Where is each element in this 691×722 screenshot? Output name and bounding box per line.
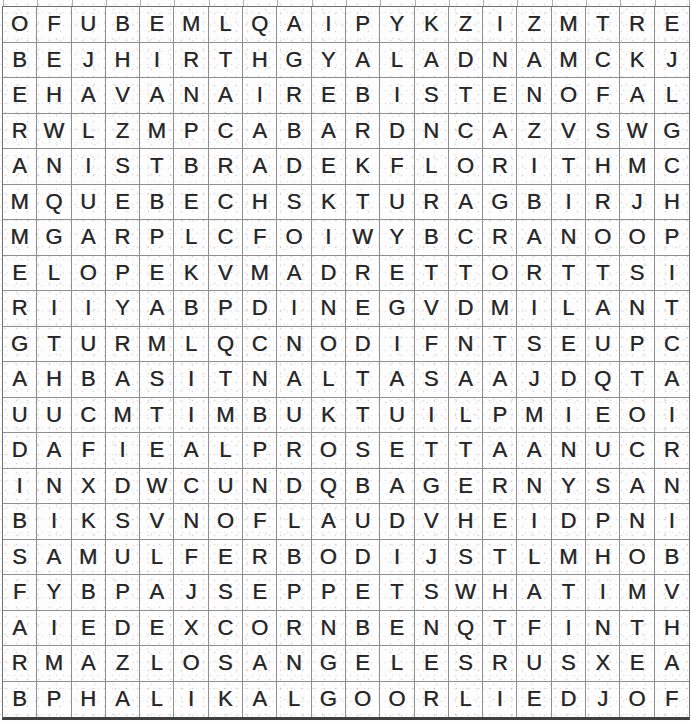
grid-cell[interactable]: A <box>483 114 517 150</box>
grid-cell[interactable]: L <box>517 540 551 576</box>
grid-cell[interactable]: X <box>586 646 620 682</box>
grid-cell[interactable]: G <box>37 220 71 256</box>
grid-cell[interactable]: A <box>243 114 277 150</box>
grid-cell[interactable]: I <box>483 7 517 43</box>
grid-cell[interactable]: P <box>106 256 140 292</box>
grid-cell[interactable]: T <box>209 362 243 398</box>
grid-cell[interactable]: S <box>415 575 449 611</box>
grid-cell[interactable]: K <box>312 185 346 221</box>
grid-cell[interactable]: R <box>174 43 208 79</box>
grid-cell[interactable]: Z <box>106 114 140 150</box>
grid-cell[interactable]: S <box>449 540 483 576</box>
grid-cell[interactable]: C <box>449 220 483 256</box>
grid-cell[interactable]: L <box>277 682 311 718</box>
grid-cell[interactable]: M <box>72 540 106 576</box>
grid-cell[interactable]: F <box>243 220 277 256</box>
grid-cell[interactable]: P <box>37 682 71 718</box>
grid-cell[interactable]: U <box>346 504 380 540</box>
grid-cell[interactable]: X <box>72 469 106 505</box>
grid-cell[interactable]: Z <box>449 7 483 43</box>
grid-cell[interactable]: R <box>415 682 449 718</box>
grid-cell[interactable]: G <box>277 43 311 79</box>
grid-cell[interactable]: D <box>552 504 586 540</box>
grid-cell[interactable]: I <box>37 504 71 540</box>
grid-cell[interactable]: L <box>380 646 414 682</box>
grid-cell[interactable]: L <box>209 7 243 43</box>
grid-cell[interactable]: A <box>174 433 208 469</box>
grid-cell[interactable]: E <box>174 185 208 221</box>
grid-cell[interactable]: O <box>243 611 277 647</box>
grid-cell[interactable]: A <box>517 433 551 469</box>
grid-cell[interactable]: A <box>106 682 140 718</box>
grid-cell[interactable]: X <box>174 611 208 647</box>
grid-cell[interactable]: L <box>449 398 483 434</box>
grid-cell[interactable]: R <box>3 291 37 327</box>
grid-cell[interactable]: L <box>277 504 311 540</box>
grid-cell[interactable]: B <box>655 540 689 576</box>
grid-cell[interactable]: B <box>277 540 311 576</box>
grid-cell[interactable]: A <box>209 78 243 114</box>
grid-cell[interactable]: S <box>552 646 586 682</box>
grid-cell[interactable]: Y <box>380 7 414 43</box>
grid-cell[interactable]: V <box>415 291 449 327</box>
grid-cell[interactable]: D <box>312 256 346 292</box>
grid-cell[interactable]: I <box>552 185 586 221</box>
grid-cell[interactable]: W <box>37 114 71 150</box>
grid-cell[interactable]: A <box>277 256 311 292</box>
grid-cell[interactable]: M <box>552 43 586 79</box>
grid-cell[interactable]: I <box>243 78 277 114</box>
grid-cell[interactable]: I <box>655 504 689 540</box>
grid-cell[interactable]: V <box>552 114 586 150</box>
grid-cell[interactable]: B <box>140 185 174 221</box>
grid-cell[interactable]: N <box>552 433 586 469</box>
grid-cell[interactable]: N <box>517 469 551 505</box>
grid-cell[interactable]: I <box>415 398 449 434</box>
grid-cell[interactable]: R <box>483 220 517 256</box>
grid-cell[interactable]: C <box>243 327 277 363</box>
grid-cell[interactable]: N <box>277 646 311 682</box>
grid-cell[interactable]: W <box>449 575 483 611</box>
grid-cell[interactable]: M <box>620 575 654 611</box>
grid-cell[interactable]: H <box>586 540 620 576</box>
grid-cell[interactable]: E <box>380 611 414 647</box>
grid-cell[interactable]: T <box>620 611 654 647</box>
grid-cell[interactable]: S <box>106 504 140 540</box>
grid-cell[interactable]: E <box>346 646 380 682</box>
grid-cell[interactable]: H <box>106 43 140 79</box>
grid-cell[interactable]: E <box>209 540 243 576</box>
grid-cell[interactable]: E <box>380 256 414 292</box>
grid-cell[interactable]: T <box>483 540 517 576</box>
grid-cell[interactable]: L <box>655 78 689 114</box>
grid-cell[interactable]: D <box>106 611 140 647</box>
grid-cell[interactable]: S <box>449 646 483 682</box>
grid-cell[interactable]: S <box>140 362 174 398</box>
grid-cell[interactable]: K <box>346 149 380 185</box>
grid-cell[interactable]: B <box>243 398 277 434</box>
grid-cell[interactable]: K <box>209 682 243 718</box>
grid-cell[interactable]: S <box>277 185 311 221</box>
grid-cell[interactable]: J <box>415 540 449 576</box>
grid-cell[interactable]: O <box>552 78 586 114</box>
grid-cell[interactable]: L <box>415 149 449 185</box>
grid-cell[interactable]: O <box>449 149 483 185</box>
grid-cell[interactable]: O <box>620 398 654 434</box>
grid-cell[interactable]: T <box>415 433 449 469</box>
grid-cell[interactable]: R <box>3 114 37 150</box>
grid-cell[interactable]: E <box>346 575 380 611</box>
grid-cell[interactable]: P <box>140 220 174 256</box>
grid-cell[interactable]: C <box>209 220 243 256</box>
grid-cell[interactable]: A <box>140 291 174 327</box>
grid-cell[interactable]: T <box>140 149 174 185</box>
grid-cell[interactable]: H <box>37 78 71 114</box>
grid-cell[interactable]: I <box>655 256 689 292</box>
grid-cell[interactable]: U <box>277 398 311 434</box>
grid-cell[interactable]: M <box>552 540 586 576</box>
grid-cell[interactable]: E <box>140 7 174 43</box>
grid-cell[interactable]: N <box>620 291 654 327</box>
grid-cell[interactable]: M <box>37 646 71 682</box>
grid-cell[interactable]: B <box>3 43 37 79</box>
grid-cell[interactable]: N <box>483 43 517 79</box>
grid-cell[interactable]: M <box>174 7 208 43</box>
grid-cell[interactable]: W <box>140 469 174 505</box>
grid-cell[interactable]: N <box>37 149 71 185</box>
grid-cell[interactable]: A <box>3 611 37 647</box>
grid-cell[interactable]: U <box>517 646 551 682</box>
grid-cell[interactable]: E <box>586 398 620 434</box>
grid-cell[interactable]: M <box>209 398 243 434</box>
grid-cell[interactable]: N <box>586 611 620 647</box>
grid-cell[interactable]: U <box>72 185 106 221</box>
grid-cell[interactable]: I <box>312 7 346 43</box>
grid-cell[interactable]: O <box>72 256 106 292</box>
grid-cell[interactable]: A <box>312 114 346 150</box>
grid-cell[interactable]: P <box>655 220 689 256</box>
grid-cell[interactable]: O <box>620 540 654 576</box>
grid-cell[interactable]: A <box>586 291 620 327</box>
grid-cell[interactable]: B <box>346 611 380 647</box>
grid-cell[interactable]: T <box>346 398 380 434</box>
grid-cell[interactable]: Q <box>37 185 71 221</box>
grid-cell[interactable]: I <box>174 362 208 398</box>
grid-cell[interactable]: B <box>72 575 106 611</box>
grid-cell[interactable]: Y <box>552 469 586 505</box>
grid-cell[interactable]: U <box>209 469 243 505</box>
grid-cell[interactable]: D <box>380 114 414 150</box>
grid-cell[interactable]: E <box>312 149 346 185</box>
grid-cell[interactable]: P <box>277 575 311 611</box>
grid-cell[interactable]: I <box>517 504 551 540</box>
grid-cell[interactable]: E <box>380 433 414 469</box>
grid-cell[interactable]: S <box>586 469 620 505</box>
grid-cell[interactable]: U <box>380 185 414 221</box>
grid-cell[interactable]: R <box>483 469 517 505</box>
grid-cell[interactable]: I <box>380 78 414 114</box>
grid-cell[interactable]: M <box>243 256 277 292</box>
grid-cell[interactable]: D <box>243 291 277 327</box>
grid-cell[interactable]: A <box>140 78 174 114</box>
grid-cell[interactable]: P <box>312 575 346 611</box>
grid-cell[interactable]: N <box>620 504 654 540</box>
grid-cell[interactable]: I <box>483 682 517 718</box>
grid-cell[interactable]: E <box>106 185 140 221</box>
grid-cell[interactable]: L <box>140 646 174 682</box>
grid-cell[interactable]: E <box>517 682 551 718</box>
grid-cell[interactable]: T <box>449 433 483 469</box>
grid-cell[interactable]: M <box>3 220 37 256</box>
grid-cell[interactable]: D <box>277 469 311 505</box>
grid-cell[interactable]: B <box>72 362 106 398</box>
grid-cell[interactable]: S <box>415 362 449 398</box>
grid-cell[interactable]: E <box>140 433 174 469</box>
grid-cell[interactable]: E <box>140 611 174 647</box>
grid-cell[interactable]: I <box>174 398 208 434</box>
grid-cell[interactable]: R <box>209 149 243 185</box>
grid-cell[interactable]: C <box>655 149 689 185</box>
grid-cell[interactable]: A <box>517 220 551 256</box>
grid-cell[interactable]: H <box>243 43 277 79</box>
grid-cell[interactable]: H <box>655 185 689 221</box>
grid-cell[interactable]: E <box>620 646 654 682</box>
grid-cell[interactable]: J <box>586 682 620 718</box>
grid-cell[interactable]: P <box>586 504 620 540</box>
grid-cell[interactable]: F <box>3 575 37 611</box>
grid-cell[interactable]: D <box>449 291 483 327</box>
grid-cell[interactable]: T <box>449 256 483 292</box>
grid-cell[interactable]: H <box>483 575 517 611</box>
grid-cell[interactable]: A <box>380 362 414 398</box>
grid-cell[interactable]: R <box>3 646 37 682</box>
grid-cell[interactable]: H <box>586 149 620 185</box>
grid-cell[interactable]: A <box>620 78 654 114</box>
grid-cell[interactable]: H <box>449 504 483 540</box>
grid-cell[interactable]: E <box>655 7 689 43</box>
grid-cell[interactable]: A <box>277 362 311 398</box>
grid-cell[interactable]: A <box>449 362 483 398</box>
grid-cell[interactable]: I <box>140 43 174 79</box>
grid-cell[interactable]: A <box>243 646 277 682</box>
grid-cell[interactable]: F <box>72 433 106 469</box>
grid-cell[interactable]: T <box>552 149 586 185</box>
grid-cell[interactable]: T <box>37 327 71 363</box>
grid-cell[interactable]: U <box>106 540 140 576</box>
grid-cell[interactable]: I <box>106 433 140 469</box>
grid-cell[interactable]: R <box>277 433 311 469</box>
grid-cell[interactable]: G <box>655 114 689 150</box>
grid-cell[interactable]: D <box>380 504 414 540</box>
grid-cell[interactable]: L <box>449 682 483 718</box>
grid-cell[interactable]: A <box>620 469 654 505</box>
grid-cell[interactable]: R <box>346 114 380 150</box>
grid-cell[interactable]: B <box>106 7 140 43</box>
grid-cell[interactable]: I <box>312 220 346 256</box>
grid-cell[interactable]: F <box>586 78 620 114</box>
grid-cell[interactable]: I <box>586 575 620 611</box>
grid-cell[interactable]: I <box>174 682 208 718</box>
grid-cell[interactable]: S <box>209 575 243 611</box>
grid-cell[interactable]: H <box>72 682 106 718</box>
grid-cell[interactable]: E <box>346 291 380 327</box>
grid-cell[interactable]: O <box>312 327 346 363</box>
grid-cell[interactable]: O <box>209 504 243 540</box>
grid-cell[interactable]: M <box>517 398 551 434</box>
grid-cell[interactable]: F <box>517 611 551 647</box>
grid-cell[interactable]: H <box>37 362 71 398</box>
grid-cell[interactable]: V <box>209 256 243 292</box>
grid-cell[interactable]: K <box>72 504 106 540</box>
grid-cell[interactable]: I <box>552 398 586 434</box>
grid-cell[interactable]: B <box>3 504 37 540</box>
grid-cell[interactable]: I <box>380 540 414 576</box>
grid-cell[interactable]: O <box>620 220 654 256</box>
grid-cell[interactable]: E <box>140 256 174 292</box>
grid-cell[interactable]: D <box>552 682 586 718</box>
grid-cell[interactable]: A <box>415 43 449 79</box>
grid-cell[interactable]: P <box>346 7 380 43</box>
grid-cell[interactable]: Q <box>586 362 620 398</box>
grid-cell[interactable]: N <box>277 327 311 363</box>
grid-cell[interactable]: B <box>3 682 37 718</box>
grid-cell[interactable]: R <box>277 78 311 114</box>
grid-cell[interactable]: F <box>243 504 277 540</box>
grid-cell[interactable]: I <box>37 291 71 327</box>
grid-cell[interactable]: N <box>415 114 449 150</box>
grid-cell[interactable]: E <box>312 78 346 114</box>
grid-cell[interactable]: S <box>346 433 380 469</box>
grid-cell[interactable]: S <box>415 78 449 114</box>
grid-cell[interactable]: I <box>3 469 37 505</box>
grid-cell[interactable]: S <box>3 540 37 576</box>
grid-cell[interactable]: D <box>552 362 586 398</box>
grid-cell[interactable]: R <box>106 220 140 256</box>
grid-cell[interactable]: C <box>449 114 483 150</box>
grid-cell[interactable]: T <box>346 362 380 398</box>
grid-cell[interactable]: J <box>72 43 106 79</box>
grid-cell[interactable]: D <box>3 433 37 469</box>
grid-cell[interactable]: Z <box>106 646 140 682</box>
grid-cell[interactable]: R <box>586 185 620 221</box>
grid-cell[interactable]: O <box>312 540 346 576</box>
grid-cell[interactable]: L <box>312 362 346 398</box>
grid-cell[interactable]: C <box>209 114 243 150</box>
grid-cell[interactable]: G <box>3 327 37 363</box>
grid-cell[interactable]: E <box>37 43 71 79</box>
grid-cell[interactable]: L <box>380 43 414 79</box>
grid-cell[interactable]: N <box>312 611 346 647</box>
grid-cell[interactable]: A <box>517 575 551 611</box>
grid-cell[interactable]: R <box>243 540 277 576</box>
grid-cell[interactable]: K <box>415 7 449 43</box>
grid-cell[interactable]: L <box>174 327 208 363</box>
grid-cell[interactable]: U <box>72 327 106 363</box>
grid-cell[interactable]: B <box>174 149 208 185</box>
grid-cell[interactable]: V <box>106 78 140 114</box>
grid-cell[interactable]: E <box>449 469 483 505</box>
grid-cell[interactable]: K <box>312 398 346 434</box>
grid-cell[interactable]: Y <box>380 220 414 256</box>
grid-cell[interactable]: L <box>552 291 586 327</box>
grid-cell[interactable]: T <box>655 291 689 327</box>
grid-cell[interactable]: N <box>415 611 449 647</box>
grid-cell[interactable]: F <box>655 682 689 718</box>
grid-cell[interactable]: A <box>483 433 517 469</box>
grid-cell[interactable]: N <box>655 469 689 505</box>
grid-cell[interactable]: M <box>140 114 174 150</box>
grid-cell[interactable]: A <box>72 78 106 114</box>
grid-cell[interactable]: O <box>620 682 654 718</box>
grid-cell[interactable]: G <box>312 682 346 718</box>
grid-cell[interactable]: A <box>483 362 517 398</box>
grid-cell[interactable]: N <box>174 78 208 114</box>
grid-cell[interactable]: B <box>415 220 449 256</box>
grid-cell[interactable]: K <box>174 256 208 292</box>
grid-cell[interactable]: L <box>37 256 71 292</box>
grid-cell[interactable]: T <box>209 43 243 79</box>
grid-cell[interactable]: G <box>415 469 449 505</box>
grid-cell[interactable]: E <box>243 575 277 611</box>
grid-cell[interactable]: I <box>380 327 414 363</box>
grid-cell[interactable]: Q <box>312 469 346 505</box>
grid-cell[interactable]: A <box>3 362 37 398</box>
grid-cell[interactable]: E <box>483 78 517 114</box>
grid-cell[interactable]: U <box>3 398 37 434</box>
grid-cell[interactable]: A <box>277 7 311 43</box>
grid-cell[interactable]: R <box>483 646 517 682</box>
grid-cell[interactable]: P <box>209 291 243 327</box>
grid-cell[interactable]: J <box>655 43 689 79</box>
grid-cell[interactable]: L <box>140 540 174 576</box>
grid-cell[interactable]: A <box>243 149 277 185</box>
grid-cell[interactable]: H <box>243 185 277 221</box>
grid-cell[interactable]: O <box>3 7 37 43</box>
grid-cell[interactable]: A <box>72 220 106 256</box>
grid-cell[interactable]: T <box>620 362 654 398</box>
grid-cell[interactable]: U <box>37 398 71 434</box>
grid-cell[interactable]: N <box>37 469 71 505</box>
grid-cell[interactable]: A <box>37 433 71 469</box>
grid-cell[interactable]: W <box>620 114 654 150</box>
grid-cell[interactable]: R <box>620 7 654 43</box>
grid-cell[interactable]: R <box>655 433 689 469</box>
grid-cell[interactable]: C <box>209 611 243 647</box>
grid-cell[interactable]: O <box>483 256 517 292</box>
grid-cell[interactable]: F <box>380 149 414 185</box>
grid-cell[interactable]: R <box>517 256 551 292</box>
grid-cell[interactable]: D <box>277 149 311 185</box>
grid-cell[interactable]: T <box>449 78 483 114</box>
grid-cell[interactable]: V <box>415 504 449 540</box>
grid-cell[interactable]: U <box>586 327 620 363</box>
grid-cell[interactable]: Q <box>243 7 277 43</box>
grid-cell[interactable]: K <box>620 43 654 79</box>
grid-cell[interactable]: O <box>174 646 208 682</box>
grid-cell[interactable]: R <box>483 149 517 185</box>
grid-cell[interactable]: N <box>312 291 346 327</box>
grid-cell[interactable]: B <box>346 469 380 505</box>
grid-cell[interactable]: M <box>552 7 586 43</box>
grid-cell[interactable]: N <box>552 220 586 256</box>
grid-cell[interactable]: R <box>277 611 311 647</box>
grid-cell[interactable]: G <box>380 291 414 327</box>
grid-cell[interactable]: P <box>243 433 277 469</box>
grid-cell[interactable]: I <box>72 149 106 185</box>
grid-cell[interactable]: R <box>346 256 380 292</box>
grid-cell[interactable]: O <box>277 220 311 256</box>
grid-cell[interactable]: Y <box>37 575 71 611</box>
